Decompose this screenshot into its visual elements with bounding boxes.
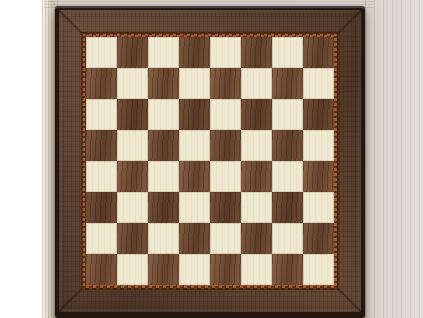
- square-c2[interactable]: [148, 223, 179, 254]
- square-b3[interactable]: [117, 192, 148, 223]
- square-g6[interactable]: [272, 99, 303, 130]
- square-f2[interactable]: [241, 223, 272, 254]
- square-d1[interactable]: [179, 254, 210, 285]
- square-g7[interactable]: [272, 68, 303, 99]
- square-g1[interactable]: [272, 254, 303, 285]
- square-d2[interactable]: [179, 223, 210, 254]
- square-a1[interactable]: [86, 254, 117, 285]
- square-h1[interactable]: [303, 254, 334, 285]
- table-surface-grain-right: [365, 0, 423, 318]
- square-e3[interactable]: [210, 192, 241, 223]
- square-a4[interactable]: [86, 161, 117, 192]
- square-b6[interactable]: [117, 99, 148, 130]
- marquetry-inlay-border: [81, 32, 339, 290]
- square-h7[interactable]: [303, 68, 334, 99]
- square-f8[interactable]: [241, 37, 272, 68]
- square-f4[interactable]: [241, 161, 272, 192]
- board-outer-edge: [55, 6, 365, 318]
- square-g5[interactable]: [272, 130, 303, 161]
- frame-miter-top-right: [338, 9, 363, 34]
- square-c1[interactable]: [148, 254, 179, 285]
- square-c8[interactable]: [148, 37, 179, 68]
- square-f5[interactable]: [241, 130, 272, 161]
- square-f6[interactable]: [241, 99, 272, 130]
- frame-miter-top-left: [58, 9, 83, 34]
- chess-board: [55, 6, 365, 318]
- square-h5[interactable]: [303, 130, 334, 161]
- square-b7[interactable]: [117, 68, 148, 99]
- square-a3[interactable]: [86, 192, 117, 223]
- square-h6[interactable]: [303, 99, 334, 130]
- square-b1[interactable]: [117, 254, 148, 285]
- square-b2[interactable]: [117, 223, 148, 254]
- square-e7[interactable]: [210, 68, 241, 99]
- square-f7[interactable]: [241, 68, 272, 99]
- square-a2[interactable]: [86, 223, 117, 254]
- square-b8[interactable]: [117, 37, 148, 68]
- square-g3[interactable]: [272, 192, 303, 223]
- square-a7[interactable]: [86, 68, 117, 99]
- square-d6[interactable]: [179, 99, 210, 130]
- frame-miter-bottom-right: [338, 288, 363, 313]
- board-grid: [86, 37, 334, 285]
- square-e6[interactable]: [210, 99, 241, 130]
- square-c6[interactable]: [148, 99, 179, 130]
- square-g8[interactable]: [272, 37, 303, 68]
- square-f3[interactable]: [241, 192, 272, 223]
- square-c5[interactable]: [148, 130, 179, 161]
- square-h3[interactable]: [303, 192, 334, 223]
- photo-backdrop: [0, 0, 423, 318]
- square-c3[interactable]: [148, 192, 179, 223]
- square-c4[interactable]: [148, 161, 179, 192]
- square-d4[interactable]: [179, 161, 210, 192]
- square-e1[interactable]: [210, 254, 241, 285]
- square-d5[interactable]: [179, 130, 210, 161]
- square-a8[interactable]: [86, 37, 117, 68]
- square-e5[interactable]: [210, 130, 241, 161]
- square-b5[interactable]: [117, 130, 148, 161]
- square-f1[interactable]: [241, 254, 272, 285]
- board-walnut-frame: [59, 10, 361, 312]
- square-a5[interactable]: [86, 130, 117, 161]
- square-a6[interactable]: [86, 99, 117, 130]
- square-g2[interactable]: [272, 223, 303, 254]
- frame-miter-bottom-left: [58, 288, 83, 313]
- square-d8[interactable]: [179, 37, 210, 68]
- square-g4[interactable]: [272, 161, 303, 192]
- square-e2[interactable]: [210, 223, 241, 254]
- square-d3[interactable]: [179, 192, 210, 223]
- square-h8[interactable]: [303, 37, 334, 68]
- square-e4[interactable]: [210, 161, 241, 192]
- square-c7[interactable]: [148, 68, 179, 99]
- square-e8[interactable]: [210, 37, 241, 68]
- square-h2[interactable]: [303, 223, 334, 254]
- square-b4[interactable]: [117, 161, 148, 192]
- square-d7[interactable]: [179, 68, 210, 99]
- square-h4[interactable]: [303, 161, 334, 192]
